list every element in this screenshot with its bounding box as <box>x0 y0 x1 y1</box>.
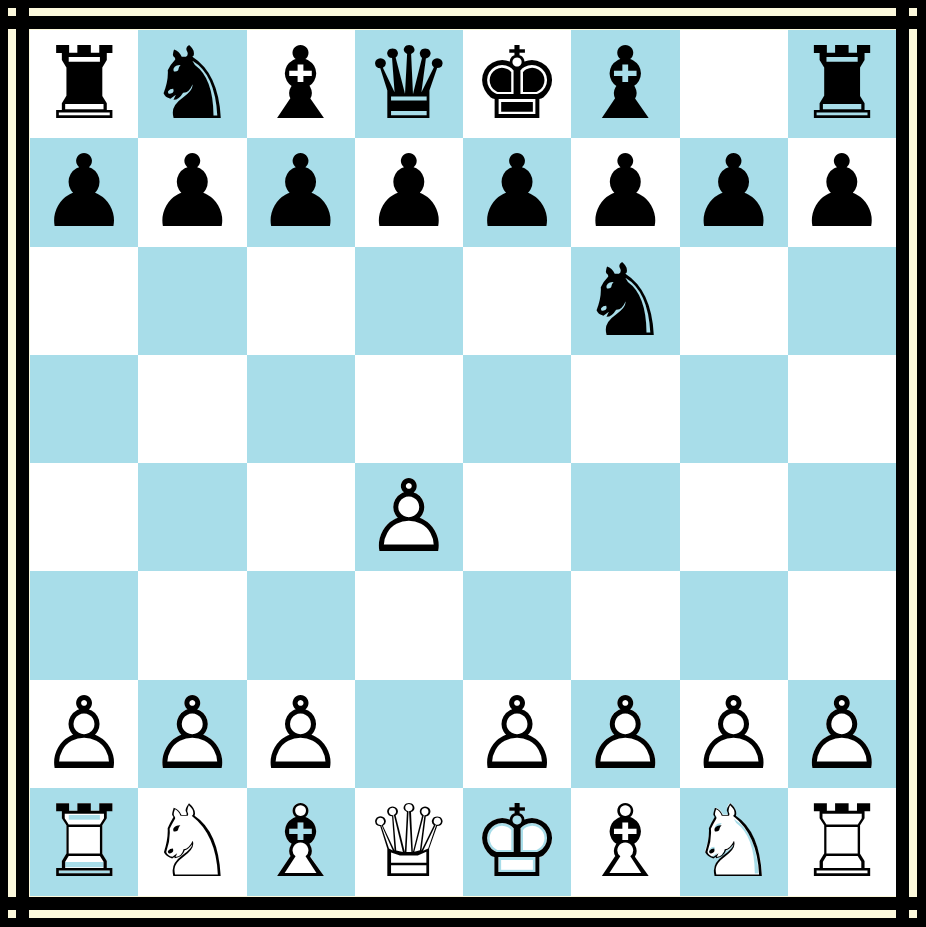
piece-white-bishop: ♝♗ <box>247 788 355 896</box>
square-e2[interactable]: ♟♙ <box>463 680 571 788</box>
square-b6[interactable] <box>138 247 246 355</box>
square-c2[interactable]: ♟♙ <box>247 680 355 788</box>
square-h1[interactable]: ♜♖ <box>788 788 896 896</box>
black-pawn-glyph: ♟ <box>355 138 463 246</box>
piece-white-pawn: ♟♙ <box>571 680 679 788</box>
square-g6[interactable] <box>680 247 788 355</box>
black-knight-glyph: ♞ <box>571 247 679 355</box>
square-h6[interactable] <box>788 247 896 355</box>
frame-outer-top-line <box>0 0 926 8</box>
piece-white-pawn: ♟♙ <box>30 680 138 788</box>
white-pawn-glyph: ♙ <box>138 680 246 788</box>
square-b8[interactable]: ♞ <box>138 30 246 138</box>
piece-white-rook: ♜♖ <box>30 788 138 896</box>
black-pawn-glyph: ♟ <box>463 138 571 246</box>
black-pawn-glyph: ♟ <box>788 138 896 246</box>
piece-white-bishop: ♝♗ <box>571 788 679 896</box>
white-rook-glyph: ♖ <box>788 788 896 896</box>
piece-white-pawn: ♟♙ <box>788 680 896 788</box>
square-c7[interactable]: ♟ <box>247 138 355 246</box>
square-d2[interactable] <box>355 680 463 788</box>
square-g8[interactable] <box>680 30 788 138</box>
square-f1[interactable]: ♝♗ <box>571 788 679 896</box>
square-g7[interactable]: ♟ <box>680 138 788 246</box>
piece-black-pawn: ♟ <box>355 138 463 246</box>
square-g5[interactable] <box>680 355 788 463</box>
square-d4[interactable]: ♟♙ <box>355 463 463 571</box>
white-knight-glyph: ♘ <box>680 788 788 896</box>
piece-white-knight: ♞♘ <box>138 788 246 896</box>
square-a4[interactable] <box>30 463 138 571</box>
square-b2[interactable]: ♟♙ <box>138 680 246 788</box>
piece-black-king: ♚ <box>463 30 571 138</box>
black-bishop-glyph: ♝ <box>571 30 679 138</box>
square-c1[interactable]: ♝♗ <box>247 788 355 896</box>
square-b7[interactable]: ♟ <box>138 138 246 246</box>
black-pawn-glyph: ♟ <box>247 138 355 246</box>
white-pawn-glyph: ♙ <box>463 680 571 788</box>
piece-black-pawn: ♟ <box>680 138 788 246</box>
square-a5[interactable] <box>30 355 138 463</box>
piece-black-pawn: ♟ <box>138 138 246 246</box>
white-pawn-glyph: ♙ <box>680 680 788 788</box>
black-king-glyph: ♚ <box>463 30 571 138</box>
piece-white-pawn: ♟♙ <box>680 680 788 788</box>
square-g3[interactable] <box>680 571 788 679</box>
square-a7[interactable]: ♟ <box>30 138 138 246</box>
square-h3[interactable] <box>788 571 896 679</box>
square-b3[interactable] <box>138 571 246 679</box>
square-e5[interactable] <box>463 355 571 463</box>
square-h7[interactable]: ♟ <box>788 138 896 246</box>
piece-white-queen: ♛♕ <box>355 788 463 896</box>
piece-white-pawn: ♟♙ <box>355 463 463 571</box>
square-g1[interactable]: ♞♘ <box>680 788 788 896</box>
white-bishop-glyph: ♗ <box>571 788 679 896</box>
white-pawn-glyph: ♙ <box>30 680 138 788</box>
square-a3[interactable] <box>30 571 138 679</box>
piece-black-pawn: ♟ <box>30 138 138 246</box>
square-c3[interactable] <box>247 571 355 679</box>
white-king-glyph: ♔ <box>463 788 571 896</box>
black-knight-glyph: ♞ <box>138 30 246 138</box>
black-queen-glyph: ♛ <box>355 30 463 138</box>
square-e4[interactable] <box>463 463 571 571</box>
square-e6[interactable] <box>463 247 571 355</box>
piece-black-knight: ♞ <box>138 30 246 138</box>
piece-white-pawn: ♟♙ <box>138 680 246 788</box>
square-e7[interactable]: ♟ <box>463 138 571 246</box>
square-f5[interactable] <box>571 355 679 463</box>
piece-white-king: ♚♔ <box>463 788 571 896</box>
square-h5[interactable] <box>788 355 896 463</box>
white-queen-glyph: ♕ <box>355 788 463 896</box>
piece-white-rook: ♜♖ <box>788 788 896 896</box>
piece-black-pawn: ♟ <box>463 138 571 246</box>
square-a1[interactable]: ♜♖ <box>30 788 138 896</box>
square-d6[interactable] <box>355 247 463 355</box>
square-d5[interactable] <box>355 355 463 463</box>
black-rook-glyph: ♜ <box>30 30 138 138</box>
white-rook-glyph: ♖ <box>30 788 138 896</box>
frame-outer-left-line <box>0 0 8 927</box>
piece-black-rook: ♜ <box>788 30 896 138</box>
square-f8[interactable]: ♝ <box>571 30 679 138</box>
piece-white-pawn: ♟♙ <box>247 680 355 788</box>
white-bishop-glyph: ♗ <box>247 788 355 896</box>
square-f3[interactable] <box>571 571 679 679</box>
frame-inner-top-line <box>0 16 926 29</box>
black-pawn-glyph: ♟ <box>680 138 788 246</box>
piece-black-bishop: ♝ <box>571 30 679 138</box>
frame-inner-bottom-line <box>0 897 926 910</box>
square-c5[interactable] <box>247 355 355 463</box>
black-pawn-glyph: ♟ <box>30 138 138 246</box>
square-f2[interactable]: ♟♙ <box>571 680 679 788</box>
square-b5[interactable] <box>138 355 246 463</box>
square-f4[interactable] <box>571 463 679 571</box>
square-g2[interactable]: ♟♙ <box>680 680 788 788</box>
frame-inner-right-line <box>896 0 909 927</box>
white-pawn-glyph: ♙ <box>355 463 463 571</box>
square-d7[interactable]: ♟ <box>355 138 463 246</box>
chess-board: ♜♞♝♛♚♝♜♟♟♟♟♟♟♟♟♞♟♙♟♙♟♙♟♙♟♙♟♙♟♙♟♙♜♖♞♘♝♗♛♕… <box>30 30 896 896</box>
square-e1[interactable]: ♚♔ <box>463 788 571 896</box>
square-g4[interactable] <box>680 463 788 571</box>
black-pawn-glyph: ♟ <box>138 138 246 246</box>
square-a2[interactable]: ♟♙ <box>30 680 138 788</box>
piece-black-pawn: ♟ <box>247 138 355 246</box>
square-b1[interactable]: ♞♘ <box>138 788 246 896</box>
square-e3[interactable] <box>463 571 571 679</box>
square-h2[interactable]: ♟♙ <box>788 680 896 788</box>
piece-white-knight: ♞♘ <box>680 788 788 896</box>
square-d8[interactable]: ♛ <box>355 30 463 138</box>
square-f7[interactable]: ♟ <box>571 138 679 246</box>
white-pawn-glyph: ♙ <box>571 680 679 788</box>
square-d3[interactable] <box>355 571 463 679</box>
square-d1[interactable]: ♛♕ <box>355 788 463 896</box>
white-knight-glyph: ♘ <box>138 788 246 896</box>
black-bishop-glyph: ♝ <box>247 30 355 138</box>
square-h8[interactable]: ♜ <box>788 30 896 138</box>
square-h4[interactable] <box>788 463 896 571</box>
chess-diagram: ♜♞♝♛♚♝♜♟♟♟♟♟♟♟♟♞♟♙♟♙♟♙♟♙♟♙♟♙♟♙♟♙♜♖♞♘♝♗♛♕… <box>0 0 926 927</box>
black-pawn-glyph: ♟ <box>571 138 679 246</box>
frame-outer-right-line <box>917 0 926 927</box>
square-c4[interactable] <box>247 463 355 571</box>
square-c8[interactable]: ♝ <box>247 30 355 138</box>
square-c6[interactable] <box>247 247 355 355</box>
piece-white-pawn: ♟♙ <box>463 680 571 788</box>
white-pawn-glyph: ♙ <box>788 680 896 788</box>
piece-black-queen: ♛ <box>355 30 463 138</box>
square-e8[interactable]: ♚ <box>463 30 571 138</box>
square-b4[interactable] <box>138 463 246 571</box>
piece-black-pawn: ♟ <box>571 138 679 246</box>
piece-black-knight: ♞ <box>571 247 679 355</box>
piece-black-rook: ♜ <box>30 30 138 138</box>
black-rook-glyph: ♜ <box>788 30 896 138</box>
square-a6[interactable] <box>30 247 138 355</box>
square-f6[interactable]: ♞ <box>571 247 679 355</box>
frame-inner-left-line <box>16 0 29 927</box>
piece-black-bishop: ♝ <box>247 30 355 138</box>
piece-black-pawn: ♟ <box>788 138 896 246</box>
square-a8[interactable]: ♜ <box>30 30 138 138</box>
frame-outer-bottom-line <box>0 918 926 927</box>
white-pawn-glyph: ♙ <box>247 680 355 788</box>
